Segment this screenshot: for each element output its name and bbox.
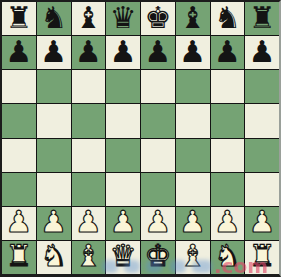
- square-b1[interactable]: ♞: [37, 241, 71, 274]
- square-e1[interactable]: ♚: [141, 241, 175, 274]
- black-rook: ♜: [5, 3, 32, 33]
- square-c5[interactable]: [72, 104, 106, 137]
- black-knight: ♞: [214, 3, 241, 33]
- white-rook: ♜: [249, 241, 276, 271]
- square-a1[interactable]: ♜: [2, 241, 36, 274]
- square-d7[interactable]: ♟: [106, 36, 140, 69]
- chessboard-frame: ♜♞♝♛♚♝♞♜♟♟♟♟♟♟♟♟♟♟♟♟♟♟♟♟♜♞♝♛♚♝♞♜ .com: [0, 0, 281, 277]
- white-pawn: ♟: [249, 207, 276, 237]
- square-h5[interactable]: [245, 104, 279, 137]
- black-pawn: ♟: [249, 37, 276, 67]
- square-b6[interactable]: [37, 70, 71, 103]
- white-knight: ♞: [40, 241, 67, 271]
- white-pawn: ♟: [144, 207, 171, 237]
- square-b4[interactable]: [37, 139, 71, 172]
- square-e7[interactable]: ♟: [141, 36, 175, 69]
- square-a4[interactable]: [2, 139, 36, 172]
- black-pawn: ♟: [40, 37, 67, 67]
- square-c6[interactable]: [72, 70, 106, 103]
- square-f8[interactable]: ♝: [176, 2, 210, 35]
- square-b7[interactable]: ♟: [37, 36, 71, 69]
- square-g6[interactable]: [211, 70, 245, 103]
- square-h2[interactable]: ♟: [245, 207, 279, 240]
- square-a7[interactable]: ♟: [2, 36, 36, 69]
- white-queen: ♛: [110, 241, 137, 271]
- white-bishop: ♝: [179, 241, 206, 271]
- square-c8[interactable]: ♝: [72, 2, 106, 35]
- square-b2[interactable]: ♟: [37, 207, 71, 240]
- square-g3[interactable]: [211, 173, 245, 206]
- square-g8[interactable]: ♞: [211, 2, 245, 35]
- white-king: ♚: [144, 241, 171, 271]
- square-c4[interactable]: [72, 139, 106, 172]
- white-pawn: ♟: [75, 207, 102, 237]
- square-b5[interactable]: [37, 104, 71, 137]
- square-g1[interactable]: ♞: [211, 241, 245, 274]
- white-pawn: ♟: [5, 207, 32, 237]
- white-pawn: ♟: [40, 207, 67, 237]
- square-f4[interactable]: [176, 139, 210, 172]
- square-b3[interactable]: [37, 173, 71, 206]
- square-h4[interactable]: [245, 139, 279, 172]
- square-a3[interactable]: [2, 173, 36, 206]
- white-rook: ♜: [5, 241, 32, 271]
- square-g4[interactable]: [211, 139, 245, 172]
- black-queen: ♛: [110, 3, 137, 33]
- black-king: ♚: [144, 3, 171, 33]
- square-e4[interactable]: [141, 139, 175, 172]
- square-d2[interactable]: ♟: [106, 207, 140, 240]
- square-g2[interactable]: ♟: [211, 207, 245, 240]
- white-bishop: ♝: [75, 241, 102, 271]
- square-f6[interactable]: [176, 70, 210, 103]
- square-c2[interactable]: ♟: [72, 207, 106, 240]
- square-f1[interactable]: ♝: [176, 241, 210, 274]
- square-e5[interactable]: [141, 104, 175, 137]
- square-a5[interactable]: [2, 104, 36, 137]
- square-f5[interactable]: [176, 104, 210, 137]
- square-f3[interactable]: [176, 173, 210, 206]
- square-h6[interactable]: [245, 70, 279, 103]
- white-pawn: ♟: [179, 207, 206, 237]
- square-b8[interactable]: ♞: [37, 2, 71, 35]
- square-h1[interactable]: ♜: [245, 241, 279, 274]
- black-rook: ♜: [249, 3, 276, 33]
- white-pawn: ♟: [214, 207, 241, 237]
- square-f2[interactable]: ♟: [176, 207, 210, 240]
- square-d3[interactable]: [106, 173, 140, 206]
- square-d8[interactable]: ♛: [106, 2, 140, 35]
- square-c1[interactable]: ♝: [72, 241, 106, 274]
- square-e3[interactable]: [141, 173, 175, 206]
- square-d1[interactable]: ♛: [106, 241, 140, 274]
- white-pawn: ♟: [110, 207, 137, 237]
- square-c7[interactable]: ♟: [72, 36, 106, 69]
- square-d5[interactable]: [106, 104, 140, 137]
- square-h8[interactable]: ♜: [245, 2, 279, 35]
- square-e8[interactable]: ♚: [141, 2, 175, 35]
- black-pawn: ♟: [75, 37, 102, 67]
- square-d6[interactable]: [106, 70, 140, 103]
- black-pawn: ♟: [214, 37, 241, 67]
- chessboard: ♜♞♝♛♚♝♞♜♟♟♟♟♟♟♟♟♟♟♟♟♟♟♟♟♜♞♝♛♚♝♞♜: [2, 2, 279, 274]
- square-f7[interactable]: ♟: [176, 36, 210, 69]
- square-h3[interactable]: [245, 173, 279, 206]
- black-pawn: ♟: [179, 37, 206, 67]
- black-bishop: ♝: [179, 3, 206, 33]
- black-knight: ♞: [40, 3, 67, 33]
- square-c3[interactable]: [72, 173, 106, 206]
- square-e6[interactable]: [141, 70, 175, 103]
- square-g7[interactable]: ♟: [211, 36, 245, 69]
- black-pawn: ♟: [144, 37, 171, 67]
- square-e2[interactable]: ♟: [141, 207, 175, 240]
- black-pawn: ♟: [110, 37, 137, 67]
- black-bishop: ♝: [75, 3, 102, 33]
- square-g5[interactable]: [211, 104, 245, 137]
- black-pawn: ♟: [5, 37, 32, 67]
- square-a8[interactable]: ♜: [2, 2, 36, 35]
- white-knight: ♞: [214, 241, 241, 271]
- square-a6[interactable]: [2, 70, 36, 103]
- square-a2[interactable]: ♟: [2, 207, 36, 240]
- square-h7[interactable]: ♟: [245, 36, 279, 69]
- square-d4[interactable]: [106, 139, 140, 172]
